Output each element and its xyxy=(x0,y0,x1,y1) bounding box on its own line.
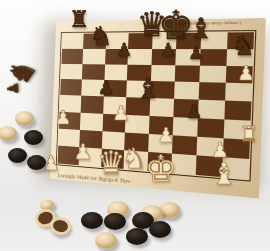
square-d2 xyxy=(124,132,148,152)
brand-text-top: Lovingly Made for Bigjigs® Toys xyxy=(174,21,241,26)
fallen-piece-dark-p: ♟ xyxy=(5,80,21,96)
square-c7 xyxy=(105,48,128,64)
square-h1 xyxy=(222,157,249,179)
square-e3 xyxy=(148,115,173,134)
square-d7 xyxy=(128,49,152,65)
square-a5 xyxy=(60,79,82,96)
square-g7 xyxy=(200,49,226,66)
square-a3 xyxy=(59,111,81,129)
board-frame xyxy=(56,30,257,182)
square-h2 xyxy=(223,138,250,159)
checkers-disc-light xyxy=(15,111,34,126)
square-a2 xyxy=(58,128,80,147)
square-b5 xyxy=(82,79,105,96)
square-f5 xyxy=(174,82,200,100)
square-g4 xyxy=(198,100,225,119)
square-g2 xyxy=(197,136,224,157)
square-c1 xyxy=(101,149,124,169)
square-c6 xyxy=(104,64,127,80)
square-c2 xyxy=(102,131,125,151)
checkers-disc-dark xyxy=(149,221,171,238)
square-f8 xyxy=(176,33,202,49)
checkers-disc-dark xyxy=(104,213,126,230)
square-e1 xyxy=(147,152,172,173)
square-h8 xyxy=(227,32,254,49)
square-f3 xyxy=(173,117,199,137)
square-h7 xyxy=(226,49,253,66)
square-f1 xyxy=(171,154,197,175)
checkers-disc-dark xyxy=(81,212,103,229)
square-e7 xyxy=(151,49,176,65)
square-g1 xyxy=(196,155,223,177)
square-b4 xyxy=(81,96,104,114)
square-b7 xyxy=(83,48,106,64)
square-f6 xyxy=(175,65,201,82)
checkers-disc-light xyxy=(95,232,117,249)
checkers-disc-dark xyxy=(126,228,148,245)
square-c8 xyxy=(105,33,128,48)
square-e2 xyxy=(148,133,173,153)
square-d3 xyxy=(125,114,149,133)
square-e5 xyxy=(150,81,175,99)
square-h4 xyxy=(224,101,251,121)
square-b3 xyxy=(80,112,103,130)
square-a8 xyxy=(62,34,84,49)
square-g3 xyxy=(198,118,225,138)
square-g5 xyxy=(199,82,226,100)
square-a7 xyxy=(61,48,83,63)
board-grid xyxy=(58,32,255,179)
square-c3 xyxy=(102,113,125,132)
fallen-piece-dark-n: ♞ xyxy=(1,51,43,93)
square-d6 xyxy=(127,64,151,81)
square-c5 xyxy=(104,80,127,97)
square-b6 xyxy=(82,64,105,80)
square-a1 xyxy=(58,146,80,166)
checkers-disc-dark xyxy=(8,148,27,163)
square-f7 xyxy=(175,49,201,66)
square-h5 xyxy=(225,83,252,102)
chess-set-photo: Lovingly Made for Bigjigs® Toys Lovingly… xyxy=(0,0,270,251)
square-e4 xyxy=(149,98,174,117)
square-f2 xyxy=(172,135,198,156)
square-b1 xyxy=(79,147,102,167)
square-d5 xyxy=(126,80,150,98)
checkers-disc-light xyxy=(0,126,17,141)
square-g8 xyxy=(201,32,227,48)
square-f4 xyxy=(173,99,199,118)
square-h3 xyxy=(223,119,250,139)
square-d1 xyxy=(124,150,148,171)
brand-text-bottom: Lovingly Made for Bigjigs® Toys xyxy=(57,172,130,183)
square-c4 xyxy=(103,96,126,114)
checkers-disc-dark xyxy=(27,155,46,170)
square-e6 xyxy=(150,65,175,82)
square-b2 xyxy=(80,129,103,148)
checkers-disc-dark xyxy=(24,130,43,145)
square-a4 xyxy=(60,95,82,112)
square-d8 xyxy=(128,33,152,48)
chess-board: Lovingly Made for Bigjigs® Toys Lovingly… xyxy=(50,18,266,198)
square-h6 xyxy=(226,65,253,83)
square-e8 xyxy=(152,33,177,49)
square-b8 xyxy=(83,33,106,48)
square-g6 xyxy=(200,65,226,83)
square-d4 xyxy=(126,97,150,115)
square-a6 xyxy=(61,63,83,79)
